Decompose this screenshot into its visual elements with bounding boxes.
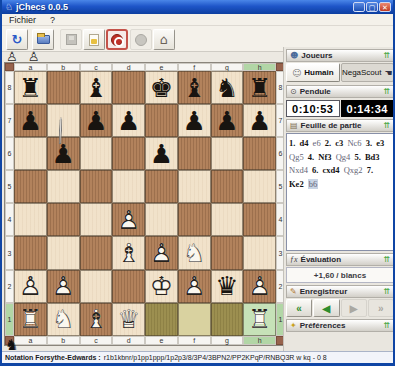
white-piece: ♟♙ xyxy=(178,270,211,303)
open-game-button[interactable] xyxy=(32,29,54,50)
square-d3[interactable]: ♝♗ xyxy=(112,236,145,269)
square-g8[interactable]: ♞ xyxy=(211,71,244,104)
move-token[interactable]: Qg5 xyxy=(289,152,304,162)
square-b8[interactable] xyxy=(47,71,80,104)
rank-label-5: 5 xyxy=(5,170,14,203)
joueurs-title: Joueurs xyxy=(301,51,332,60)
black-piece: ♟ xyxy=(112,104,145,137)
square-a1[interactable]: ♜♖ xyxy=(14,303,47,336)
square-b7[interactable] xyxy=(47,104,80,137)
evaluation-value: +1,60 / blancs xyxy=(286,267,394,283)
status-bar: Notation Forsythe-Edwards : r1b1kbnr/p1p… xyxy=(2,351,393,363)
square-e6[interactable]: ♟ xyxy=(145,137,178,170)
function-icon: ƒx xyxy=(290,256,298,264)
black-piece: ♟ xyxy=(14,104,47,137)
enregistreur-section-header[interactable]: ✎ Enregistreur ⇈ xyxy=(286,285,394,298)
folder-icon xyxy=(37,35,50,44)
black-clock: 0:14:34 xyxy=(341,100,395,117)
pendule-title: Pendule xyxy=(300,87,331,96)
white-piece: ♟♙ xyxy=(243,270,276,303)
square-b6[interactable]: ♟ xyxy=(47,137,80,170)
white-piece: ♟♙ xyxy=(145,236,178,269)
square-b3[interactable] xyxy=(47,236,80,269)
black-piece: ♟ xyxy=(211,104,244,137)
resume-button[interactable] xyxy=(130,29,152,50)
white-piece: ♞♘ xyxy=(47,303,80,336)
square-c8[interactable]: ♝ xyxy=(80,71,113,104)
white-piece: ♟♙ xyxy=(47,270,80,303)
white-piece: ♛♕ xyxy=(112,303,145,336)
file-label-e: e xyxy=(145,63,178,71)
rank-label-1: 1 xyxy=(5,303,14,336)
go-to-end-button[interactable]: » xyxy=(368,299,394,317)
move-token[interactable]: b6 xyxy=(308,179,319,189)
black-piece: ♞ xyxy=(211,71,244,104)
square-a3[interactable] xyxy=(14,236,47,269)
menu-help[interactable]: ? xyxy=(43,15,62,25)
square-c7[interactable]: ♟ xyxy=(80,104,113,137)
document-icon xyxy=(89,34,99,46)
white-piece: ♞♘ xyxy=(178,236,211,269)
square-a5[interactable] xyxy=(14,170,47,203)
black-piece: ♟ xyxy=(243,104,276,137)
black-player-button[interactable]: NegaScout ☚ xyxy=(341,63,395,82)
evaluation-title: Évaluation xyxy=(301,255,341,264)
move-token[interactable]: 6. xyxy=(312,165,318,175)
move-token[interactable]: Ke2 xyxy=(289,179,304,189)
square-e4[interactable] xyxy=(145,203,178,236)
abort-game-button[interactable] xyxy=(106,29,128,50)
export-button[interactable] xyxy=(83,29,105,50)
rank-label-7: 7 xyxy=(5,104,14,137)
white-player-button[interactable]: ☺ Humain xyxy=(286,63,340,82)
square-b2[interactable]: ♟♙ xyxy=(47,270,80,303)
side-panel: ☻ Joueurs ⇈ ☺ Humain NegaScout ☚ ⊙ Pendu… xyxy=(283,47,395,352)
move-token[interactable]: e3 xyxy=(376,138,384,148)
preferences-title: Préférences xyxy=(300,321,346,330)
black-piece: ♟ xyxy=(178,104,211,137)
enregistreur-title: Enregistreur xyxy=(300,287,348,296)
floppy-icon xyxy=(66,34,77,45)
white-player-name: Humain xyxy=(304,68,333,77)
step-back-button[interactable]: ◀ xyxy=(313,299,339,317)
feuille-title: Feuille de partie xyxy=(301,121,362,130)
move-token[interactable]: Qg4 xyxy=(336,152,351,162)
fen-label: Notation Forsythe-Edwards : xyxy=(5,354,101,361)
square-h3[interactable] xyxy=(243,236,276,269)
square-h2[interactable]: ♟♙ xyxy=(243,270,276,303)
black-piece: ♜ xyxy=(14,71,47,104)
square-f5[interactable] xyxy=(178,170,211,203)
rank-label-4: 4 xyxy=(5,203,14,236)
black-piece: ♟ xyxy=(47,137,80,170)
square-f2[interactable]: ♟♙ xyxy=(178,270,211,303)
square-e1[interactable] xyxy=(145,303,178,336)
file-label-g: g xyxy=(211,63,244,71)
white-piece: ♟♙ xyxy=(112,203,145,236)
collapse-icon[interactable]: ⇈ xyxy=(383,87,390,96)
white-piece: ♝♗ xyxy=(112,236,145,269)
white-piece: ♝♗ xyxy=(80,303,113,336)
fen-value: r1b1kbnr/p1pp1ppp/1p2p3/8/3P4/3BPN2/PP2K… xyxy=(104,354,327,361)
pendule-section-header[interactable]: ⊙ Pendule ⇈ xyxy=(286,85,394,98)
close-button[interactable]: ✕ xyxy=(379,2,391,12)
home-icon: ⌂ xyxy=(160,32,168,47)
square-c6[interactable] xyxy=(80,137,113,170)
collapse-icon[interactable]: ⇈ xyxy=(383,287,390,296)
app-window: ♘ jChecs 0.0.5 _ ▢ ✕ Fichier ? ↻⌂ ♙ ♙ ab… xyxy=(0,0,395,366)
square-f6[interactable] xyxy=(178,137,211,170)
file-label-b: b xyxy=(47,63,80,71)
square-a8[interactable]: ♜ xyxy=(14,71,47,104)
engine-icon: ☚ xyxy=(385,68,393,78)
square-e8[interactable]: ♚ xyxy=(145,71,178,104)
white-piece: ♚♔ xyxy=(145,270,178,303)
move-token[interactable]: 4. xyxy=(308,152,314,162)
refresh-icon: ↻ xyxy=(12,32,23,47)
square-h4[interactable] xyxy=(243,203,276,236)
evaluation-section-header[interactable]: ƒx Évaluation ⇈ xyxy=(286,253,394,266)
square-a7[interactable]: ♟ xyxy=(14,104,47,137)
square-h6[interactable] xyxy=(243,137,276,170)
black-piece: ♝ xyxy=(80,71,113,104)
file-label-h: h xyxy=(243,63,276,71)
square-g2[interactable]: ♛ xyxy=(211,270,244,303)
move-token[interactable]: Nxd4 xyxy=(289,165,308,175)
title-bar: ♘ jChecs 0.0.5 _ ▢ ✕ xyxy=(2,0,393,14)
square-h5[interactable] xyxy=(243,170,276,203)
square-c4[interactable] xyxy=(80,203,113,236)
file-label-g: g xyxy=(211,336,244,345)
square-f3[interactable]: ♞♘ xyxy=(178,236,211,269)
move-token[interactable]: cxd4 xyxy=(323,165,340,175)
square-e7[interactable] xyxy=(145,104,178,137)
move-token[interactable]: d4 xyxy=(300,138,309,148)
rank-label-3: 3 xyxy=(5,236,14,269)
go-to-start-button[interactable]: « xyxy=(286,299,312,317)
black-piece: ♝ xyxy=(178,71,211,104)
square-g1[interactable] xyxy=(211,303,244,336)
recorder-buttons: «◀▶» xyxy=(286,299,394,317)
black-piece: ♚ xyxy=(145,71,178,104)
black-player-name: NegaScout xyxy=(342,68,382,77)
square-b4[interactable] xyxy=(47,203,80,236)
file-label-f: f xyxy=(178,63,211,71)
black-piece: ♛ xyxy=(211,270,244,303)
file-label-a: a xyxy=(14,336,47,345)
square-c3[interactable] xyxy=(80,236,113,269)
file-label-b: b xyxy=(47,336,80,345)
menu-fichier[interactable]: Fichier xyxy=(2,15,43,25)
square-c1[interactable]: ♝♗ xyxy=(80,303,113,336)
rank-label-2: 2 xyxy=(5,270,14,303)
stop-icon xyxy=(111,34,123,46)
rank-label-8: 8 xyxy=(5,71,14,104)
move-token[interactable]: 3. xyxy=(366,138,372,148)
move-token[interactable]: 5. xyxy=(354,152,360,162)
players-icon: ☻ xyxy=(290,52,298,60)
collapse-icon[interactable]: ⇈ xyxy=(383,121,390,130)
clocks-row: 0:10:53 0:14:34 xyxy=(286,100,394,117)
human-icon: ☺ xyxy=(292,68,301,78)
file-label-c: c xyxy=(80,336,113,345)
move-token[interactable]: 2. xyxy=(325,138,331,148)
move-token[interactable]: Bd3 xyxy=(365,152,380,162)
maximize-button[interactable]: ▢ xyxy=(366,2,378,12)
file-label-a: a xyxy=(14,63,47,71)
square-e5[interactable] xyxy=(145,170,178,203)
window-title: jChecs 0.0.5 xyxy=(16,2,68,12)
collapse-icon[interactable]: ⇈ xyxy=(383,255,390,264)
square-d8[interactable] xyxy=(112,71,145,104)
square-e2[interactable]: ♚♔ xyxy=(145,270,178,303)
square-c2[interactable] xyxy=(80,270,113,303)
square-f7[interactable]: ♟ xyxy=(178,104,211,137)
square-d6[interactable] xyxy=(112,137,145,170)
disc-icon xyxy=(135,34,147,46)
move-token[interactable]: Nc6 xyxy=(347,138,361,148)
square-d2[interactable] xyxy=(112,270,145,303)
app-icon: ♘ xyxy=(5,3,13,12)
square-d5[interactable] xyxy=(112,170,145,203)
square-a6[interactable] xyxy=(14,137,47,170)
square-g3[interactable] xyxy=(211,236,244,269)
move-token[interactable]: Qxg2 xyxy=(344,165,363,175)
board-corner xyxy=(5,63,14,71)
square-d7[interactable]: ♟ xyxy=(112,104,145,137)
square-b1[interactable]: ♞♘ xyxy=(47,303,80,336)
square-h8[interactable]: ♜ xyxy=(243,71,276,104)
square-d1[interactable]: ♛♕ xyxy=(112,303,145,336)
square-g4[interactable] xyxy=(211,203,244,236)
step-forward-button[interactable]: ▶ xyxy=(341,299,367,317)
square-f8[interactable]: ♝ xyxy=(178,71,211,104)
home-button[interactable]: ⌂ xyxy=(153,29,175,50)
square-d4[interactable]: ♟♙ xyxy=(112,203,145,236)
square-g7[interactable]: ♟ xyxy=(211,104,244,137)
white-piece: ♟♙ xyxy=(14,270,47,303)
square-c5[interactable] xyxy=(80,170,113,203)
clock-icon: ⊙ xyxy=(290,88,297,96)
square-g5[interactable] xyxy=(211,170,244,203)
pencil-icon: ✎ xyxy=(290,288,297,296)
white-piece: ♜♖ xyxy=(14,303,47,336)
file-label-c: c xyxy=(80,63,113,71)
black-piece: ♜ xyxy=(243,71,276,104)
feuille-section-header[interactable]: ▤ Feuille de partie ⇈ xyxy=(286,119,394,132)
move-token[interactable]: c3 xyxy=(335,138,343,148)
move-token[interactable]: Nf3 xyxy=(318,152,331,162)
square-f4[interactable] xyxy=(178,203,211,236)
minimize-button[interactable]: _ xyxy=(353,2,365,12)
menu-bar: Fichier ? xyxy=(2,14,393,26)
save-game-button[interactable] xyxy=(60,29,82,50)
black-piece: ♟ xyxy=(145,137,178,170)
chess-board: abcdefgh8♜♝♚♝♞♜87♟♟♟♟♟♟76♟♟6554♟♙43♝♗♟♙♞… xyxy=(4,62,286,346)
square-a4[interactable] xyxy=(14,203,47,236)
white-piece: ♜♖ xyxy=(243,303,276,336)
preferences-section-header[interactable]: ✦ Préférences ⇈ xyxy=(286,319,394,332)
collapse-icon[interactable]: ⇈ xyxy=(383,321,390,330)
file-label-d: d xyxy=(112,336,145,345)
square-f1[interactable] xyxy=(178,303,211,336)
rank-label-6: 6 xyxy=(5,137,14,170)
move-token[interactable]: e6 xyxy=(313,138,321,148)
square-e3[interactable]: ♟♙ xyxy=(145,236,178,269)
move-token[interactable]: 1. xyxy=(289,138,295,148)
square-h7[interactable]: ♟ xyxy=(243,104,276,137)
move-token[interactable]: 7. xyxy=(367,165,373,175)
black-piece: ♟ xyxy=(80,104,113,137)
square-a2[interactable]: ♟♙ xyxy=(14,270,47,303)
file-label-e: e xyxy=(145,336,178,345)
square-b5[interactable] xyxy=(47,170,80,203)
players-row: ☺ Humain NegaScout ☚ xyxy=(286,63,394,82)
file-label-d: d xyxy=(112,63,145,71)
square-g6[interactable] xyxy=(211,137,244,170)
file-label-f: f xyxy=(178,336,211,345)
white-clock: 0:10:53 xyxy=(286,100,340,117)
new-game-button[interactable]: ↻ xyxy=(6,29,28,50)
collapse-icon[interactable]: ⇈ xyxy=(383,51,390,60)
sheet-icon: ▤ xyxy=(290,122,298,130)
file-label-h: h xyxy=(243,336,276,345)
square-h1[interactable]: ♜♖ xyxy=(243,303,276,336)
move-list[interactable]: 1. d4 e6 2. c3 Nc6 3. e3 Qg5 4. Nf3 Qg4 … xyxy=(286,133,394,251)
joueurs-section-header[interactable]: ☻ Joueurs ⇈ xyxy=(286,49,394,62)
wrench-icon: ✦ xyxy=(290,322,297,330)
